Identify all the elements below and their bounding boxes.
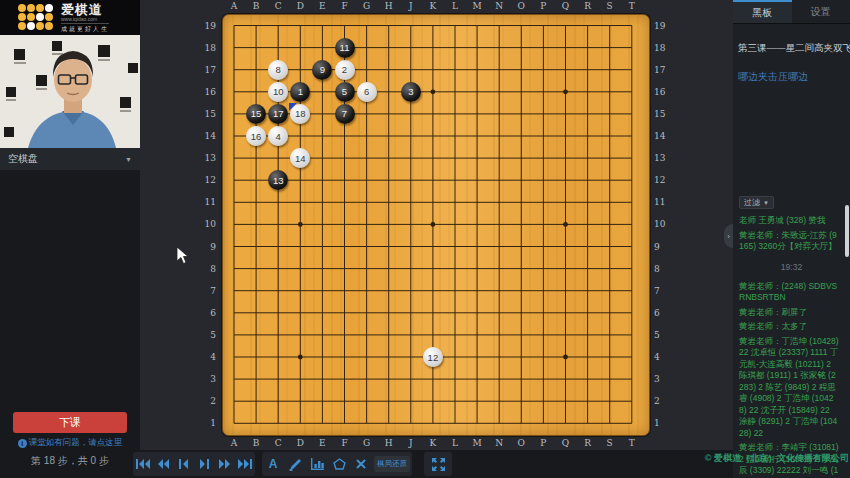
coord-letter-bottom: A [227,438,241,448]
stone-black-17: 17 [268,104,288,124]
stone-white-8: 8 [268,60,288,80]
logo-url: www.iqidao.com [61,17,109,24]
back-ten-button[interactable] [154,456,172,472]
coord-letter-bottom: Q [559,438,573,448]
logo-slogan: 成就更好人生 [61,26,109,32]
logo-dot [36,22,44,30]
chat-timestamp: 19:32 [733,262,850,272]
logo-dot [27,4,35,12]
coord-number-left: 11 [196,197,216,207]
tab-blackboard[interactable]: 黑板 [733,0,792,23]
coord-letter-bottom: D [293,438,307,448]
stone-white-16: 16 [246,126,266,146]
teacher-video-illustration [0,35,140,148]
coord-letter-top: F [338,1,352,11]
board-selector-dropdown[interactable]: 空棋盘 ▼ [0,148,140,170]
sidebar-tabs: 黑板 设置 [733,0,850,24]
coord-number-right: 10 [654,219,674,229]
stone-black-3: 3 [401,82,421,102]
coord-letter-top: G [360,1,374,11]
left-sidebar: 爱棋道 www.iqidao.com 成就更好人生 [0,0,140,478]
coord-letter-top: J [404,1,418,11]
coord-letter-top: M [470,1,484,11]
chat-message: 老师 王勇城 (328) 赞我 [739,215,840,227]
coord-number-right: 7 [654,286,674,296]
coord-letter-top: H [382,1,396,11]
logo-dot [45,13,53,21]
coord-letter-bottom: N [492,438,506,448]
coord-letter-top: T [625,1,639,11]
stone-black-15: 15 [246,104,266,124]
coord-letter-bottom: L [448,438,462,448]
coord-letter-top: C [271,1,285,11]
coord-letter-top: O [514,1,528,11]
coord-letter-top: D [293,1,307,11]
fullscreen-icon[interactable] [429,456,447,472]
coord-number-right: 13 [654,153,674,163]
chat-message-list[interactable]: 老师 王勇城 (328) 赞我黄岩老师：朱致远-江苏 (9165) 3260分【… [733,212,850,478]
tab-settings[interactable]: 设置 [792,0,850,23]
coord-number-left: 8 [196,264,216,274]
coord-number-right: 2 [654,396,674,406]
coord-number-left: 12 [196,175,216,185]
company-watermark: © 爱棋道（北京）文化传播有限公司 [705,452,849,465]
first-move-button[interactable] [134,456,152,472]
forward-ten-button[interactable] [215,456,233,472]
coord-letter-top: E [315,1,329,11]
logo-dot [45,4,53,12]
annotation-toolbar: A 棋局还原 [262,452,412,476]
coord-letter-bottom: H [382,438,396,448]
coord-number-left: 14 [196,131,216,141]
stone-white-6: 6 [357,82,377,102]
mouse-cursor [176,246,190,266]
stone-black-5: 5 [335,82,355,102]
move-counter: 第 18 步，共 0 步 [0,454,140,468]
logo-dot [45,22,53,30]
coord-number-right: 9 [654,242,674,252]
coord-number-left: 3 [196,374,216,384]
coord-number-right: 6 [654,308,674,318]
coord-number-right: 15 [654,109,674,119]
coord-number-right: 4 [654,352,674,362]
goban-grid [222,14,650,436]
coord-number-right: 8 [654,264,674,274]
coord-number-left: 9 [196,242,216,252]
coord-letter-bottom: F [338,438,352,448]
coord-letter-bottom: K [426,438,440,448]
stone-white-2: 2 [335,60,355,80]
coord-letter-bottom: G [360,438,374,448]
chart-tool-button[interactable] [308,456,326,472]
coord-number-right: 12 [654,175,674,185]
coord-number-left: 7 [196,286,216,296]
view-toolbar [424,452,452,476]
coord-number-left: 5 [196,330,216,340]
stone-black-7: 7 [335,104,355,124]
brand-logo: 爱棋道 www.iqidao.com 成就更好人生 [0,0,140,35]
right-sidebar: 黑板 设置 第三课——星二间高夹双飞燕 哪边夹击压哪边 过滤 ▼ 老师 王勇城 … [733,0,850,478]
coord-number-left: 13 [196,153,216,163]
coord-letter-bottom: O [514,438,528,448]
chat-message: 黄岩老师：朱致远-江苏 (9165) 3260分【对弈大厅】 [739,230,840,253]
coord-number-left: 16 [196,87,216,97]
stone-black-9: 9 [312,60,332,80]
playback-toolbar [133,452,255,476]
coord-number-left: 17 [196,65,216,75]
lesson-title: 第三课——星二间高夹双飞燕 [738,42,848,55]
stone-white-10: 10 [268,82,288,102]
coord-letter-bottom: C [271,438,285,448]
coord-number-left: 15 [196,109,216,119]
teacher-video-feed [0,35,140,148]
help-link[interactable]: i课堂如有问题，请点这里 [0,437,140,449]
coord-letter-bottom: J [404,438,418,448]
logo-dot [27,22,35,30]
logo-title: 爱棋道 [61,3,109,16]
coord-number-left: 6 [196,308,216,318]
sidebar-collapse-handle[interactable]: › [724,224,733,248]
logo-dot [36,13,44,21]
coord-number-right: 1 [654,418,674,428]
logo-dot [27,13,35,21]
chat-filter-dropdown[interactable]: 过滤 ▼ [739,196,774,209]
coord-number-left: 18 [196,43,216,53]
stone-black-1: 1 [290,82,310,102]
back-one-button[interactable] [175,456,193,472]
help-text: 课堂如有问题，请点这里 [29,437,123,447]
app-window: 爱棋道 www.iqidao.com 成就更好人生 [0,0,850,478]
coord-number-right: 14 [654,131,674,141]
coord-number-right: 5 [654,330,674,340]
chevron-down-icon: ▼ [125,156,132,163]
coord-number-left: 19 [196,21,216,31]
info-icon: i [18,439,27,448]
last-move-button[interactable] [236,456,254,472]
logo-dots-icon [18,4,54,31]
coord-letter-bottom: P [536,438,550,448]
text-tool-button[interactable]: A [264,456,282,472]
chat-scrollbar[interactable] [845,205,849,257]
polygon-tool-button[interactable] [330,456,348,472]
chat-message: 黄岩老师：刷屏了 [739,307,840,319]
last-move-marker [289,103,297,111]
coord-letter-top: L [448,1,462,11]
coord-letter-top: P [536,1,550,11]
coord-number-right: 17 [654,65,674,75]
logo-dot [18,22,26,30]
clear-marks-button[interactable] [352,456,370,472]
coord-letter-top: Q [559,1,573,11]
logo-dot [18,13,26,21]
coord-letter-top: S [603,1,617,11]
coord-number-right: 16 [654,87,674,97]
coord-letter-bottom: S [603,438,617,448]
coord-number-left: 2 [196,396,216,406]
coord-letter-top: A [227,1,241,11]
coord-letter-top: R [581,1,595,11]
chat-message: 黄岩老师：太多了 [739,321,840,333]
end-class-button[interactable]: 下课 [13,412,127,433]
logo-dot [18,4,26,12]
stone-white-12: 12 [423,347,443,367]
coord-letter-bottom: M [470,438,484,448]
chat-message: 黄岩老师：丁浩坤 (10428) 22 沈卓恒 (23337) 1111 丁元凯… [739,336,840,440]
coord-number-right: 18 [654,43,674,53]
logo-dot [36,4,44,12]
restore-position-button[interactable]: 棋局还原 [374,456,410,472]
board-selector-label: 空棋盘 [8,152,38,166]
coord-letter-bottom: R [581,438,595,448]
coord-letter-bottom: B [249,438,263,448]
pen-tool-button[interactable] [286,456,304,472]
coord-number-right: 19 [654,21,674,31]
filter-label: 过滤 [744,197,760,208]
coord-letter-bottom: T [625,438,639,448]
coord-number-left: 1 [196,418,216,428]
coord-letter-top: N [492,1,506,11]
coord-number-left: 4 [196,352,216,362]
forward-one-button[interactable] [195,456,213,472]
coord-number-right: 3 [654,374,674,384]
coord-number-right: 11 [654,197,674,207]
coord-letter-top: K [426,1,440,11]
coord-letter-bottom: E [315,438,329,448]
lesson-subtitle: 哪边夹击压哪边 [738,70,848,84]
chevron-down-icon: ▼ [763,200,769,206]
coord-letter-top: B [249,1,263,11]
coord-number-left: 10 [196,219,216,229]
stone-black-11: 11 [335,38,355,58]
chat-message: 黄岩老师：(2248) SDBVSRNBSRTBN [739,281,840,304]
